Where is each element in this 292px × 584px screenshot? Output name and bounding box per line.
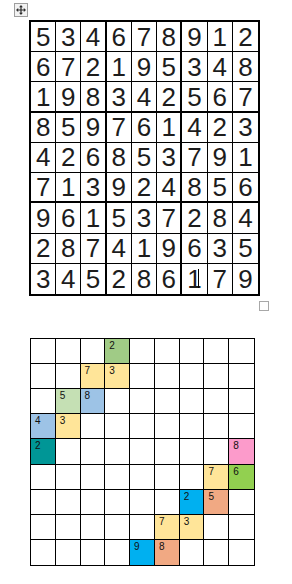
sudoku-cell-r1c5[interactable]: 7: [132, 22, 157, 52]
path-cell-r4c8[interactable]: [204, 414, 229, 439]
sudoku-cell-r7c7[interactable]: 2: [182, 203, 207, 233]
sudoku-cell-r2c3[interactable]: 2: [81, 52, 106, 82]
sudoku-cell-r3c6[interactable]: 2: [157, 82, 182, 112]
sudoku-cell-r8c7[interactable]: 6: [182, 234, 207, 264]
sudoku-cell-r9c2[interactable]: 4: [56, 264, 81, 294]
path-cell-r2c6[interactable]: [155, 364, 180, 389]
path-cell-r3c5[interactable]: [130, 389, 155, 414]
path-cell-r1c3[interactable]: [81, 339, 106, 364]
sudoku-cell-r8c4[interactable]: 4: [107, 234, 132, 264]
sudoku-cell-r6c6[interactable]: 4: [157, 173, 182, 203]
path-cell-r1c8[interactable]: [204, 339, 229, 364]
sudoku-cell-r1c4[interactable]: 6: [107, 22, 132, 52]
move-cross-icon: [16, 5, 26, 15]
sudoku-cell-r5c6[interactable]: 3: [157, 143, 182, 173]
path-cell-r6c8[interactable]: 7: [204, 465, 229, 490]
sudoku-cell-r5c9[interactable]: 1: [233, 143, 258, 173]
path-cell-r4c5[interactable]: [130, 414, 155, 439]
sudoku-cell-r9c4[interactable]: 2: [107, 264, 132, 294]
sudoku-cell-r5c2[interactable]: 2: [56, 143, 81, 173]
path-cell-r8c7[interactable]: 3: [180, 515, 205, 540]
sudoku-cell-r3c5[interactable]: 4: [132, 82, 157, 112]
path-cell-r3c2[interactable]: 5: [56, 389, 81, 414]
path-cell-r2c9[interactable]: [229, 364, 254, 389]
path-cell-r1c1[interactable]: [31, 339, 56, 364]
path-cell-r9c6[interactable]: 8: [155, 540, 180, 565]
sudoku-cell-r4c8[interactable]: 2: [208, 113, 233, 143]
sudoku-cell-r7c5[interactable]: 3: [132, 203, 157, 233]
path-cell-r5c1[interactable]: 2: [31, 439, 56, 464]
sudoku-cell-r1c7[interactable]: 9: [182, 22, 207, 52]
sudoku-cell-r5c7[interactable]: 7: [182, 143, 207, 173]
path-cell-r2c2[interactable]: [56, 364, 81, 389]
path-cell-r1c6[interactable]: [155, 339, 180, 364]
sudoku-cell-r7c6[interactable]: 7: [157, 203, 182, 233]
path-cell-r6c5[interactable]: [130, 465, 155, 490]
path-cell-r6c7[interactable]: [180, 465, 205, 490]
sudoku-cell-r6c2[interactable]: 1: [56, 173, 81, 203]
sudoku-cell-r7c1[interactable]: 9: [31, 203, 56, 233]
sudoku-cell-r1c8[interactable]: 1: [208, 22, 233, 52]
sudoku-cell-r8c6[interactable]: 9: [157, 234, 182, 264]
sudoku-cell-r7c2[interactable]: 6: [56, 203, 81, 233]
text-caret: [198, 269, 199, 288]
sudoku-cell-r6c8[interactable]: 5: [208, 173, 233, 203]
path-cell-r7c5[interactable]: [130, 490, 155, 515]
path-cell-r7c6[interactable]: [155, 490, 180, 515]
path-cell-r2c7[interactable]: [180, 364, 205, 389]
path-cell-r8c4[interactable]: [105, 515, 130, 540]
path-cell-r2c1[interactable]: [31, 364, 56, 389]
sudoku-cell-r3c1[interactable]: 1: [31, 82, 56, 112]
path-cell-r5c8[interactable]: [204, 439, 229, 464]
path-cell-r4c3[interactable]: [81, 414, 106, 439]
sudoku-cell-r4c3[interactable]: 9: [81, 113, 106, 143]
path-cell-r9c2[interactable]: [56, 540, 81, 565]
sudoku-cell-r5c8[interactable]: 9: [208, 143, 233, 173]
path-cell-r9c1[interactable]: [31, 540, 56, 565]
sudoku-cell-r4c6[interactable]: 1: [157, 113, 182, 143]
sudoku-cell-r8c9[interactable]: 5: [233, 234, 258, 264]
path-cell-r4c2[interactable]: 3: [56, 414, 81, 439]
sudoku-cell-r6c3[interactable]: 3: [81, 173, 106, 203]
path-cell-r5c9[interactable]: 8: [229, 439, 254, 464]
path-cell-r5c3[interactable]: [81, 439, 106, 464]
path-cell-r4c7[interactable]: [180, 414, 205, 439]
path-cell-r6c1[interactable]: [31, 465, 56, 490]
sudoku-cell-r4c9[interactable]: 3: [233, 113, 258, 143]
sudoku-cell-r3c3[interactable]: 8: [81, 82, 106, 112]
sudoku-cell-r1c2[interactable]: 3: [56, 22, 81, 52]
sudoku-cell-r8c5[interactable]: 1: [132, 234, 157, 264]
path-cell-r4c9[interactable]: [229, 414, 254, 439]
sudoku-cell-r2c9[interactable]: 8: [233, 52, 258, 82]
sudoku-cell-r9c5[interactable]: 8: [132, 264, 157, 294]
path-cell-r6c3[interactable]: [81, 465, 106, 490]
sudoku-cell-r7c3[interactable]: 1: [81, 203, 106, 233]
sudoku-cell-r2c2[interactable]: 7: [56, 52, 81, 82]
sudoku-cell-r9c8[interactable]: 7: [208, 264, 233, 294]
path-cell-r6c2[interactable]: [56, 465, 81, 490]
sudoku-cell-r8c2[interactable]: 8: [56, 234, 81, 264]
path-cell-r3c7[interactable]: [180, 389, 205, 414]
path-cell-r1c5[interactable]: [130, 339, 155, 364]
path-cell-r8c9[interactable]: [229, 515, 254, 540]
path-cell-r7c2[interactable]: [56, 490, 81, 515]
path-cell-r5c4[interactable]: [105, 439, 130, 464]
path-cell-r8c5[interactable]: [130, 515, 155, 540]
path-cell-r5c7[interactable]: [180, 439, 205, 464]
path-cell-r8c8[interactable]: [204, 515, 229, 540]
path-cell-r3c9[interactable]: [229, 389, 254, 414]
sudoku-cell-r9c7[interactable]: 1: [182, 264, 207, 294]
sudoku-cell-r8c1[interactable]: 2: [31, 234, 56, 264]
table-move-handle[interactable]: [14, 3, 28, 17]
sudoku-cell-r2c5[interactable]: 9: [132, 52, 157, 82]
path-cell-r2c8[interactable]: [204, 364, 229, 389]
sudoku-cell-r2c8[interactable]: 4: [208, 52, 233, 82]
path-cell-r9c4[interactable]: [105, 540, 130, 565]
sudoku-cell-r1c9[interactable]: 2: [233, 22, 258, 52]
sudoku-cell-r4c1[interactable]: 8: [31, 113, 56, 143]
sudoku-cell-r3c4[interactable]: 3: [107, 82, 132, 112]
path-cell-r1c4[interactable]: 2: [105, 339, 130, 364]
color-path-grid: 27358432876257398: [30, 338, 255, 566]
path-cell-r3c6[interactable]: [155, 389, 180, 414]
sudoku-cell-r6c4[interactable]: 9: [107, 173, 132, 203]
path-cell-r3c3[interactable]: 8: [81, 389, 106, 414]
sudoku-cell-r6c5[interactable]: 2: [132, 173, 157, 203]
sudoku-cell-r7c8[interactable]: 8: [208, 203, 233, 233]
sudoku-cell-r9c6[interactable]: 6: [157, 264, 182, 294]
sudoku-cell-r9c9[interactable]: 9: [233, 264, 258, 294]
path-cell-r8c2[interactable]: [56, 515, 81, 540]
path-cell-r8c6[interactable]: 7: [155, 515, 180, 540]
sudoku-grid: 5346789126721953481983425678597614234268…: [29, 20, 260, 296]
path-cell-r7c4[interactable]: [105, 490, 130, 515]
path-cell-r9c5[interactable]: 9: [130, 540, 155, 565]
path-cell-r5c6[interactable]: [155, 439, 180, 464]
path-cell-r2c4[interactable]: 3: [105, 364, 130, 389]
path-cell-r2c3[interactable]: 7: [81, 364, 106, 389]
path-cell-r3c4[interactable]: [105, 389, 130, 414]
sudoku-cell-r6c7[interactable]: 8: [182, 173, 207, 203]
path-cell-r9c8[interactable]: [204, 540, 229, 565]
path-cell-r1c7[interactable]: [180, 339, 205, 364]
path-cell-r9c7[interactable]: [180, 540, 205, 565]
path-cell-r7c7[interactable]: 2: [180, 490, 205, 515]
document-page: 5346789126721953481983425678597614234268…: [0, 0, 292, 584]
sudoku-cell-r3c8[interactable]: 6: [208, 82, 233, 112]
path-cell-r2c5[interactable]: [130, 364, 155, 389]
sudoku-cell-r9c1[interactable]: 3: [31, 264, 56, 294]
path-cell-r5c2[interactable]: [56, 439, 81, 464]
sudoku-cell-r3c7[interactable]: 5: [182, 82, 207, 112]
sudoku-cell-r8c8[interactable]: 3: [208, 234, 233, 264]
sudoku-cell-r2c1[interactable]: 6: [31, 52, 56, 82]
sudoku-cell-r5c5[interactable]: 5: [132, 143, 157, 173]
sudoku-cell-r5c1[interactable]: 4: [31, 143, 56, 173]
path-cell-r6c4[interactable]: [105, 465, 130, 490]
sudoku-cell-r5c4[interactable]: 8: [107, 143, 132, 173]
path-cell-r9c9[interactable]: [229, 540, 254, 565]
path-cell-r7c9[interactable]: [229, 490, 254, 515]
table-resize-handle[interactable]: [259, 301, 269, 311]
sudoku-cell-r2c6[interactable]: 5: [157, 52, 182, 82]
sudoku-cell-r8c3[interactable]: 7: [81, 234, 106, 264]
path-cell-r9c3[interactable]: [81, 540, 106, 565]
path-cell-r3c1[interactable]: [31, 389, 56, 414]
sudoku-cell-r4c5[interactable]: 6: [132, 113, 157, 143]
sudoku-cell-r4c2[interactable]: 5: [56, 113, 81, 143]
sudoku-cell-r6c9[interactable]: 6: [233, 173, 258, 203]
path-cell-r7c1[interactable]: [31, 490, 56, 515]
sudoku-cell-r2c4[interactable]: 1: [107, 52, 132, 82]
sudoku-cell-r4c7[interactable]: 4: [182, 113, 207, 143]
sudoku-cell-r7c9[interactable]: 4: [233, 203, 258, 233]
sudoku-cell-r9c3[interactable]: 5: [81, 264, 106, 294]
path-cell-r6c9[interactable]: 6: [229, 465, 254, 490]
sudoku-cell-r3c9[interactable]: 7: [233, 82, 258, 112]
sudoku-cell-r2c7[interactable]: 3: [182, 52, 207, 82]
path-cell-r3c8[interactable]: [204, 389, 229, 414]
sudoku-cell-r1c3[interactable]: 4: [81, 22, 106, 52]
path-cell-r1c9[interactable]: [229, 339, 254, 364]
path-cell-r4c1[interactable]: 4: [31, 414, 56, 439]
path-cell-r4c6[interactable]: [155, 414, 180, 439]
path-cell-r7c3[interactable]: [81, 490, 106, 515]
path-cell-r6c6[interactable]: [155, 465, 180, 490]
path-cell-r8c1[interactable]: [31, 515, 56, 540]
sudoku-cell-r3c2[interactable]: 9: [56, 82, 81, 112]
sudoku-cell-r1c6[interactable]: 8: [157, 22, 182, 52]
path-cell-r7c8[interactable]: 5: [204, 490, 229, 515]
path-cell-r4c4[interactable]: [105, 414, 130, 439]
sudoku-cell-r5c3[interactable]: 6: [81, 143, 106, 173]
path-cell-r1c2[interactable]: [56, 339, 81, 364]
path-cell-r8c3[interactable]: [81, 515, 106, 540]
sudoku-cell-r4c4[interactable]: 7: [107, 113, 132, 143]
path-cell-r5c5[interactable]: [130, 439, 155, 464]
sudoku-cell-r6c1[interactable]: 7: [31, 173, 56, 203]
sudoku-cell-r1c1[interactable]: 5: [31, 22, 56, 52]
sudoku-cell-r7c4[interactable]: 5: [107, 203, 132, 233]
